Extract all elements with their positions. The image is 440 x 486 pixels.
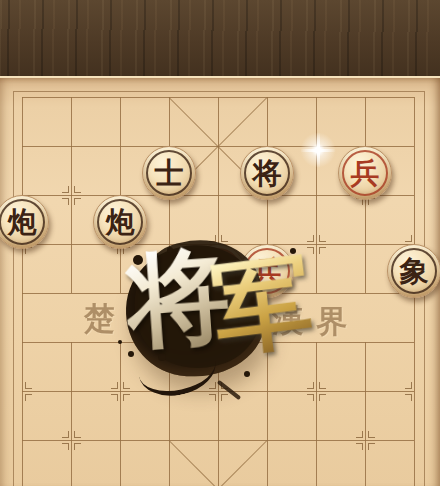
xiangqi-game-screen: 楚 河 漢 界 士将兵炮炮馬兵象車車卒炮車 将 军	[0, 0, 440, 486]
piece-glyph: 炮	[94, 196, 146, 248]
piece-glyph: 馬	[192, 245, 244, 297]
piece-glyph: 士	[143, 147, 195, 199]
piece-glyph: 象	[388, 245, 440, 297]
black-advisor-piece[interactable]: 士	[142, 146, 196, 200]
black-general-piece[interactable]: 将	[240, 146, 294, 200]
red-soldier-piece[interactable]: 兵	[338, 146, 392, 200]
red-soldier-piece[interactable]: 兵	[240, 244, 294, 298]
red-horse-piece[interactable]: 馬	[191, 244, 245, 298]
black-cannon-piece[interactable]: 炮	[0, 195, 49, 249]
piece-glyph: 将	[241, 147, 293, 199]
black-cannon-piece[interactable]: 炮	[93, 195, 147, 249]
black-elephant-piece[interactable]: 象	[387, 244, 440, 298]
piece-glyph: 炮	[0, 196, 48, 248]
piece-glyph: 兵	[241, 245, 293, 297]
wood-background	[0, 0, 440, 76]
piece-glyph: 兵	[339, 147, 391, 199]
piece-grid: 士将兵炮炮馬兵象車車卒炮車	[0, 149, 439, 486]
